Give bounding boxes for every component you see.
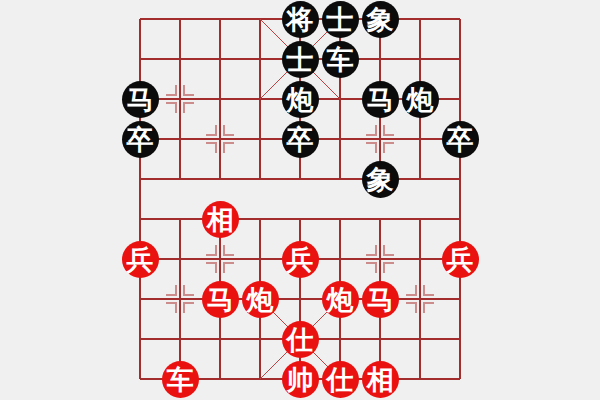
- piece-black-elephant[interactable]: 象: [362, 1, 399, 38]
- piece-black-advisor[interactable]: 士: [282, 41, 319, 78]
- piece-red-general[interactable]: 帅: [282, 361, 319, 398]
- piece-black-chariot[interactable]: 车: [322, 41, 359, 78]
- piece-black-soldier[interactable]: 卒: [442, 121, 479, 158]
- piece-red-cannon[interactable]: 炮: [322, 281, 359, 318]
- piece-black-cannon[interactable]: 炮: [402, 81, 439, 118]
- piece-black-cannon[interactable]: 炮: [282, 81, 319, 118]
- piece-red-chariot[interactable]: 车: [162, 361, 199, 398]
- piece-red-elephant[interactable]: 相: [202, 201, 239, 238]
- piece-black-horse[interactable]: 马: [122, 81, 159, 118]
- piece-black-soldier[interactable]: 卒: [282, 121, 319, 158]
- piece-red-horse[interactable]: 马: [362, 281, 399, 318]
- piece-red-soldier[interactable]: 兵: [442, 241, 479, 278]
- piece-red-cannon[interactable]: 炮: [242, 281, 279, 318]
- piece-red-horse[interactable]: 马: [202, 281, 239, 318]
- piece-red-soldier[interactable]: 兵: [282, 241, 319, 278]
- piece-red-advisor[interactable]: 仕: [322, 361, 359, 398]
- piece-black-horse[interactable]: 马: [362, 81, 399, 118]
- xiangqi-board: 将士象士车马炮马炮卒卒卒象相兵兵兵马炮炮马仕车帅仕相: [0, 0, 600, 400]
- piece-black-advisor[interactable]: 士: [322, 1, 359, 38]
- piece-red-advisor[interactable]: 仕: [282, 321, 319, 358]
- piece-red-elephant[interactable]: 相: [362, 361, 399, 398]
- piece-black-soldier[interactable]: 卒: [122, 121, 159, 158]
- piece-black-elephant[interactable]: 象: [362, 161, 399, 198]
- piece-red-soldier[interactable]: 兵: [122, 241, 159, 278]
- piece-black-general[interactable]: 将: [282, 1, 319, 38]
